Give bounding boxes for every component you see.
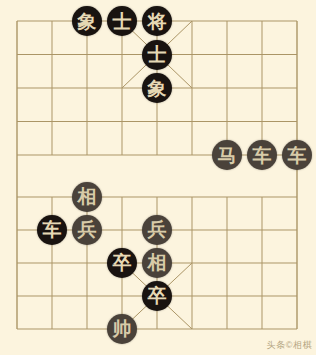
piece-black-pawn[interactable]: 卒: [107, 248, 137, 278]
piece-black-pawn[interactable]: 卒: [142, 281, 172, 311]
piece-black-advisor[interactable]: 士: [107, 6, 137, 36]
piece-red-horse[interactable]: 马: [212, 140, 242, 170]
piece-red-chariot[interactable]: 车: [282, 140, 312, 170]
piece-red-elephant[interactable]: 相: [142, 248, 172, 278]
piece-layer: 象士将士象马车车相车兵兵卒相卒帅: [0, 4, 315, 345]
piece-black-advisor[interactable]: 士: [142, 40, 172, 70]
piece-red-pawn[interactable]: 兵: [142, 215, 172, 245]
piece-black-chariot[interactable]: 车: [37, 215, 67, 245]
piece-black-general[interactable]: 将: [142, 6, 172, 36]
piece-red-general[interactable]: 帅: [107, 314, 137, 344]
xiangqi-board: 象士将士象马车车相车兵兵卒相卒帅 头条©相棋: [0, 0, 316, 355]
piece-red-chariot[interactable]: 车: [247, 140, 277, 170]
piece-black-elephant[interactable]: 象: [72, 6, 102, 36]
watermark: 头条©相棋: [267, 339, 312, 352]
piece-red-elephant[interactable]: 相: [72, 182, 102, 212]
piece-red-pawn[interactable]: 兵: [72, 215, 102, 245]
piece-black-elephant[interactable]: 象: [142, 73, 172, 103]
